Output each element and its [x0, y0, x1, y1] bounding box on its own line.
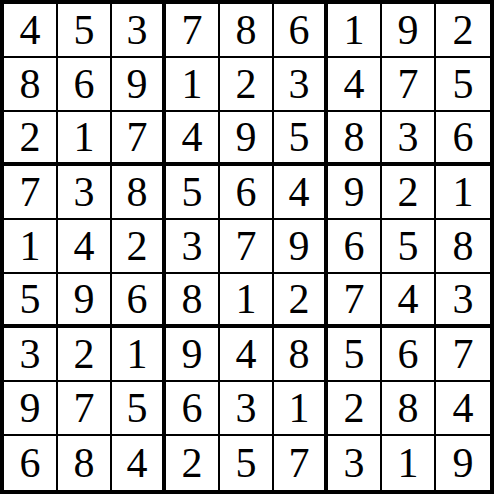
- cell-r5c9[interactable]: 8: [436, 220, 490, 274]
- cell-r8c9[interactable]: 4: [436, 382, 490, 436]
- cell-r6c4[interactable]: 8: [166, 274, 220, 328]
- cell-r9c8[interactable]: 1: [382, 436, 436, 490]
- cell-r8c1[interactable]: 9: [4, 382, 58, 436]
- cell-r3c6[interactable]: 5: [274, 112, 328, 166]
- cell-r5c2[interactable]: 4: [58, 220, 112, 274]
- cell-r4c5[interactable]: 6: [220, 166, 274, 220]
- cell-r4c4[interactable]: 5: [166, 166, 220, 220]
- cell-r2c5[interactable]: 2: [220, 58, 274, 112]
- cell-r1c1[interactable]: 4: [4, 4, 58, 58]
- cell-r6c1[interactable]: 5: [4, 274, 58, 328]
- cell-r3c5[interactable]: 9: [220, 112, 274, 166]
- cell-r5c5[interactable]: 7: [220, 220, 274, 274]
- cell-r7c2[interactable]: 2: [58, 328, 112, 382]
- cell-r1c3[interactable]: 3: [112, 4, 166, 58]
- cell-r5c1[interactable]: 1: [4, 220, 58, 274]
- page: 4537861928691234752174958367385649211423…: [0, 0, 498, 498]
- cell-r2c3[interactable]: 9: [112, 58, 166, 112]
- cell-r1c4[interactable]: 7: [166, 4, 220, 58]
- cell-r6c3[interactable]: 6: [112, 274, 166, 328]
- cell-r5c8[interactable]: 5: [382, 220, 436, 274]
- cell-r4c2[interactable]: 3: [58, 166, 112, 220]
- cell-r3c9[interactable]: 6: [436, 112, 490, 166]
- cell-r3c4[interactable]: 4: [166, 112, 220, 166]
- cell-r7c9[interactable]: 7: [436, 328, 490, 382]
- cell-r9c9[interactable]: 9: [436, 436, 490, 490]
- sudoku-board: 4537861928691234752174958367385649211423…: [0, 0, 494, 494]
- cell-r9c3[interactable]: 4: [112, 436, 166, 490]
- cell-r6c7[interactable]: 7: [328, 274, 382, 328]
- cell-r8c3[interactable]: 5: [112, 382, 166, 436]
- cell-r4c6[interactable]: 4: [274, 166, 328, 220]
- cell-r3c8[interactable]: 3: [382, 112, 436, 166]
- cell-r4c1[interactable]: 7: [4, 166, 58, 220]
- cell-r9c7[interactable]: 3: [328, 436, 382, 490]
- cell-r8c6[interactable]: 1: [274, 382, 328, 436]
- cell-r2c4[interactable]: 1: [166, 58, 220, 112]
- cell-r4c3[interactable]: 8: [112, 166, 166, 220]
- cell-r9c1[interactable]: 6: [4, 436, 58, 490]
- cell-r1c5[interactable]: 8: [220, 4, 274, 58]
- cell-r2c8[interactable]: 7: [382, 58, 436, 112]
- cell-r7c5[interactable]: 4: [220, 328, 274, 382]
- cell-r7c6[interactable]: 8: [274, 328, 328, 382]
- cell-r9c2[interactable]: 8: [58, 436, 112, 490]
- cell-r7c7[interactable]: 5: [328, 328, 382, 382]
- cell-r6c9[interactable]: 3: [436, 274, 490, 328]
- cell-r2c7[interactable]: 4: [328, 58, 382, 112]
- cell-r8c8[interactable]: 8: [382, 382, 436, 436]
- cell-r7c4[interactable]: 9: [166, 328, 220, 382]
- cell-r6c8[interactable]: 4: [382, 274, 436, 328]
- cell-r4c8[interactable]: 2: [382, 166, 436, 220]
- cell-r8c7[interactable]: 2: [328, 382, 382, 436]
- cell-r9c4[interactable]: 2: [166, 436, 220, 490]
- cell-r9c5[interactable]: 5: [220, 436, 274, 490]
- cell-r4c7[interactable]: 9: [328, 166, 382, 220]
- cell-r3c7[interactable]: 8: [328, 112, 382, 166]
- cell-r7c8[interactable]: 6: [382, 328, 436, 382]
- cell-r8c2[interactable]: 7: [58, 382, 112, 436]
- cell-r3c2[interactable]: 1: [58, 112, 112, 166]
- cell-r1c7[interactable]: 1: [328, 4, 382, 58]
- cell-r6c6[interactable]: 2: [274, 274, 328, 328]
- cell-r1c9[interactable]: 2: [436, 4, 490, 58]
- cell-r2c9[interactable]: 5: [436, 58, 490, 112]
- cell-r6c5[interactable]: 1: [220, 274, 274, 328]
- cell-r5c7[interactable]: 6: [328, 220, 382, 274]
- cell-r3c1[interactable]: 2: [4, 112, 58, 166]
- cell-r8c4[interactable]: 6: [166, 382, 220, 436]
- cell-r7c3[interactable]: 1: [112, 328, 166, 382]
- cell-r1c6[interactable]: 6: [274, 4, 328, 58]
- cell-r3c3[interactable]: 7: [112, 112, 166, 166]
- cell-r2c1[interactable]: 8: [4, 58, 58, 112]
- cell-r5c3[interactable]: 2: [112, 220, 166, 274]
- cell-r4c9[interactable]: 1: [436, 166, 490, 220]
- cell-r5c4[interactable]: 3: [166, 220, 220, 274]
- cell-r2c2[interactable]: 6: [58, 58, 112, 112]
- cell-r9c6[interactable]: 7: [274, 436, 328, 490]
- cell-r5c6[interactable]: 9: [274, 220, 328, 274]
- cell-r1c8[interactable]: 9: [382, 4, 436, 58]
- cell-r8c5[interactable]: 3: [220, 382, 274, 436]
- cell-r6c2[interactable]: 9: [58, 274, 112, 328]
- cell-r2c6[interactable]: 3: [274, 58, 328, 112]
- cell-r7c1[interactable]: 3: [4, 328, 58, 382]
- cell-r1c2[interactable]: 5: [58, 4, 112, 58]
